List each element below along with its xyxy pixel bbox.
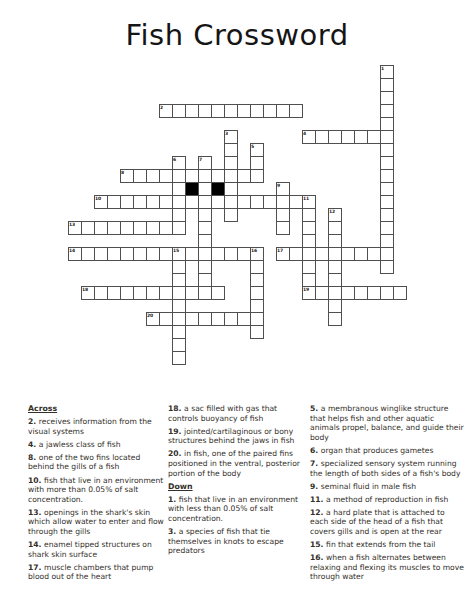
clue-label: 20.: [168, 449, 184, 458]
grid-cell[interactable]: [380, 208, 394, 222]
across-header: Across: [28, 404, 165, 414]
clue-15: 15. fin that extends from the tail: [310, 540, 465, 550]
grid-cell[interactable]: [237, 195, 251, 209]
clue-label: 13.: [28, 508, 44, 517]
grid-cell[interactable]: [250, 286, 264, 300]
clue-1: 1. fish that live in an environment with…: [168, 495, 306, 524]
grid-cell[interactable]: [133, 286, 147, 300]
grid-cell[interactable]: [380, 91, 394, 105]
clue-label: 16.: [310, 553, 326, 562]
clue-label: 8.: [28, 453, 39, 462]
clue-column-1: Across2. receives information from the v…: [28, 404, 165, 586]
grid-cell[interactable]: [198, 247, 212, 261]
grid-cell[interactable]: [211, 247, 225, 261]
clue-number-18: 18: [82, 287, 88, 292]
clue-8: 8. one of the two fins located behind th…: [28, 453, 165, 472]
grid-cell[interactable]: [328, 130, 342, 144]
grid-cell[interactable]: [250, 299, 264, 313]
grid-cell[interactable]: [159, 312, 173, 326]
clue-16: 16. when a fish alternates between relax…: [310, 553, 465, 582]
grid-cell[interactable]: [341, 247, 355, 261]
grid-cell[interactable]: [211, 286, 225, 300]
grid-cell[interactable]: [237, 247, 251, 261]
clue-number-10: 10: [95, 196, 101, 201]
page-title: Fish Crossword: [0, 18, 474, 52]
grid-cell[interactable]: [133, 169, 147, 183]
grid-cell[interactable]: [172, 169, 186, 183]
black-cell: [185, 182, 199, 196]
clue-label: 15.: [310, 540, 326, 549]
grid-cell[interactable]: [367, 247, 381, 261]
grid-cell[interactable]: [172, 182, 186, 196]
grid-cell[interactable]: [172, 338, 186, 352]
clue-2: 2. receives information from the visual …: [28, 417, 165, 436]
grid-cell[interactable]: [185, 195, 199, 209]
clue-label: 1.: [168, 495, 179, 504]
grid-cell[interactable]: [315, 247, 329, 261]
grid-cell[interactable]: [354, 247, 368, 261]
clue-17: 17. muscle chambers that pump blood out …: [28, 563, 165, 582]
grid-cell[interactable]: [224, 208, 238, 222]
clue-14: 14. enamel tipped structures on shark sk…: [28, 540, 165, 559]
clue-label: 2.: [28, 417, 39, 426]
clue-3: 3. a species of fish that tie themselves…: [168, 527, 306, 556]
clue-9: 9. seminal fluid in male fish: [310, 482, 465, 492]
grid-cell[interactable]: [198, 221, 212, 235]
clue-label: 11.: [310, 495, 326, 504]
grid-cell[interactable]: [289, 104, 303, 118]
grid-cell[interactable]: [172, 299, 186, 313]
clue-4: 4. a jawless class of fish: [28, 440, 165, 450]
grid-cell[interactable]: [341, 286, 355, 300]
grid-cell[interactable]: [380, 169, 394, 183]
down-header: Down: [168, 482, 306, 492]
clue-number-17: 17: [277, 248, 283, 253]
grid-cell[interactable]: [328, 234, 342, 248]
clue-11: 11. a method of reproduction in fish: [310, 495, 465, 505]
grid-cell[interactable]: [172, 273, 186, 287]
grid-cell[interactable]: [146, 286, 160, 300]
grid-cell[interactable]: [172, 351, 186, 365]
grid-cell[interactable]: [380, 234, 394, 248]
grid-cell[interactable]: [198, 286, 212, 300]
grid-cell[interactable]: [211, 312, 225, 326]
grid-cell[interactable]: [198, 234, 212, 248]
clue-label: 5.: [310, 404, 321, 413]
grid-cell[interactable]: [250, 104, 264, 118]
grid-cell[interactable]: [380, 143, 394, 157]
grid-cell[interactable]: [120, 247, 134, 261]
clue-number-19: 19: [303, 287, 309, 292]
grid-cell[interactable]: [172, 208, 186, 222]
grid-cell[interactable]: [198, 312, 212, 326]
grid-cell[interactable]: [380, 221, 394, 235]
grid-cell[interactable]: [159, 221, 173, 235]
grid-cell[interactable]: [159, 286, 173, 300]
grid-cell[interactable]: [81, 221, 95, 235]
grid-cell[interactable]: [380, 78, 394, 92]
grid-cell[interactable]: [120, 221, 134, 235]
grid-cell[interactable]: [198, 208, 212, 222]
grid-cell[interactable]: [224, 104, 238, 118]
clue-number-2: 2: [160, 105, 163, 110]
grid-cell[interactable]: [328, 286, 342, 300]
clue-label: 7.: [310, 459, 321, 468]
grid-cell[interactable]: [198, 169, 212, 183]
clue-number-13: 13: [69, 222, 75, 227]
grid-cell[interactable]: [185, 104, 199, 118]
grid-cell[interactable]: [237, 312, 251, 326]
grid-cell[interactable]: [224, 312, 238, 326]
clue-13: 13. openings in the shark's skin which a…: [28, 508, 165, 537]
grid-cell[interactable]: [276, 104, 290, 118]
grid-cell[interactable]: [380, 117, 394, 131]
grid-cell[interactable]: [276, 195, 290, 209]
grid-cell[interactable]: [237, 104, 251, 118]
grid-cell[interactable]: [250, 156, 264, 170]
grid-cell[interactable]: [133, 195, 147, 209]
grid-cell[interactable]: [380, 156, 394, 170]
grid-cell[interactable]: [107, 195, 121, 209]
grid-cell[interactable]: [289, 247, 303, 261]
grid-cell[interactable]: [380, 104, 394, 118]
clue-label: 19.: [168, 427, 184, 436]
clue-number-12: 12: [329, 209, 335, 214]
grid-cell[interactable]: [315, 130, 329, 144]
grid-cell[interactable]: [354, 130, 368, 144]
clue-label: 17.: [28, 563, 44, 572]
clue-number-7: 7: [199, 157, 202, 162]
grid-cell[interactable]: [367, 130, 381, 144]
grid-cell[interactable]: [211, 169, 225, 183]
grid-cell[interactable]: [237, 169, 251, 183]
grid-cell[interactable]: [328, 273, 342, 287]
grid-cell[interactable]: [250, 325, 264, 339]
clue-number-5: 5: [251, 144, 254, 149]
grid-cell[interactable]: [172, 286, 186, 300]
grid-cell[interactable]: [159, 169, 173, 183]
clue-number-3: 3: [225, 131, 228, 136]
grid-cell[interactable]: [302, 221, 316, 235]
grid-cell[interactable]: [172, 195, 186, 209]
clue-label: 3.: [168, 527, 179, 536]
grid-cell[interactable]: [250, 195, 264, 209]
clue-18: 18. a sac filled with gas that controls …: [168, 404, 306, 423]
grid-cell[interactable]: [172, 221, 186, 235]
grid-cell[interactable]: [172, 325, 186, 339]
grid-cell[interactable]: [250, 169, 264, 183]
grid-cell[interactable]: [328, 221, 342, 235]
grid-cell[interactable]: [302, 234, 316, 248]
crossword-grid: 1234567891011121314151617181920: [68, 65, 408, 366]
clue-column-2: 18. a sac filled with gas that controls …: [168, 404, 306, 559]
grid-cell[interactable]: [146, 221, 160, 235]
grid-cell[interactable]: [263, 195, 277, 209]
clue-label: 6.: [310, 446, 321, 455]
grid-cell[interactable]: [328, 299, 342, 313]
grid-cell[interactable]: [146, 195, 160, 209]
clue-label: 9.: [310, 482, 321, 491]
grid-cell[interactable]: [276, 221, 290, 235]
grid-cell[interactable]: [380, 247, 394, 261]
grid-cell[interactable]: [198, 195, 212, 209]
grid-cell[interactable]: [94, 221, 108, 235]
grid-cell[interactable]: [159, 247, 173, 261]
grid-cell[interactable]: [302, 247, 316, 261]
grid-cell[interactable]: [328, 312, 342, 326]
grid-cell[interactable]: [393, 286, 407, 300]
clue-label: 12.: [310, 508, 326, 517]
grid-cell[interactable]: [250, 260, 264, 274]
grid-cell[interactable]: [185, 312, 199, 326]
grid-cell[interactable]: [172, 312, 186, 326]
clue-number-15: 15: [173, 248, 179, 253]
grid-cell[interactable]: [120, 195, 134, 209]
grid-cell[interactable]: [250, 273, 264, 287]
clue-20: 20. in fish, one of the paired fins posi…: [168, 449, 306, 478]
clue-number-9: 9: [277, 183, 280, 188]
clue-number-20: 20: [147, 313, 153, 318]
grid-cell[interactable]: [380, 286, 394, 300]
grid-cell[interactable]: [81, 247, 95, 261]
grid-cell[interactable]: [107, 247, 121, 261]
grid-cell[interactable]: [250, 312, 264, 326]
grid-cell[interactable]: [302, 208, 316, 222]
grid-cell[interactable]: [328, 247, 342, 261]
grid-cell[interactable]: [185, 169, 199, 183]
grid-cell[interactable]: [315, 286, 329, 300]
grid-cell[interactable]: [107, 221, 121, 235]
grid-cell[interactable]: [94, 247, 108, 261]
grid-cell[interactable]: [380, 195, 394, 209]
clue-number-1: 1: [381, 66, 384, 71]
clue-number-16: 16: [251, 248, 257, 253]
grid-cell[interactable]: [380, 130, 394, 144]
grid-cell[interactable]: [185, 286, 199, 300]
clue-number-14: 14: [69, 248, 75, 253]
clue-6: 6. organ that produces gametes: [310, 446, 465, 456]
grid-cell[interactable]: [159, 195, 173, 209]
grid-cell[interactable]: [94, 286, 108, 300]
clue-7: 7. specialized sensory system running th…: [310, 459, 465, 478]
grid-cell[interactable]: [367, 286, 381, 300]
grid-cell[interactable]: [289, 195, 303, 209]
clue-12: 12. a hard plate that is attached to eac…: [310, 508, 465, 537]
grid-cell[interactable]: [107, 286, 121, 300]
clue-number-8: 8: [121, 170, 124, 175]
clue-label: 4.: [28, 440, 39, 449]
clue-number-11: 11: [303, 196, 309, 201]
grid-cell[interactable]: [354, 286, 368, 300]
grid-cell[interactable]: [198, 260, 212, 274]
grid-cell[interactable]: [120, 286, 134, 300]
clue-19: 19. jointed/cartilaginous or bony struct…: [168, 427, 306, 446]
grid-cell[interactable]: [380, 260, 394, 274]
clue-column-3: 5. a membranous winglike structure that …: [310, 404, 465, 586]
grid-cell[interactable]: [224, 169, 238, 183]
grid-cell[interactable]: [263, 104, 277, 118]
grid-cell[interactable]: [224, 143, 238, 157]
grid-cell[interactable]: [380, 182, 394, 196]
grid-cell[interactable]: [133, 221, 147, 235]
clue-label: 14.: [28, 540, 44, 549]
grid-cell[interactable]: [198, 182, 212, 196]
clue-number-6: 6: [173, 157, 176, 162]
clue-number-4: 4: [303, 131, 306, 136]
grid-cell[interactable]: [224, 247, 238, 261]
grid-cell[interactable]: [172, 104, 186, 118]
grid-cell[interactable]: [224, 156, 238, 170]
clue-label: 18.: [168, 404, 184, 413]
grid-cell[interactable]: [276, 208, 290, 222]
grid-cell[interactable]: [185, 247, 199, 261]
grid-cell[interactable]: [146, 247, 160, 261]
grid-cell[interactable]: [211, 104, 225, 118]
grid-cell[interactable]: [224, 195, 238, 209]
grid-cell[interactable]: [172, 260, 186, 274]
grid-cell[interactable]: [302, 260, 316, 274]
grid-cell[interactable]: [146, 169, 160, 183]
clue-label: 10.: [28, 476, 44, 485]
grid-cell[interactable]: [133, 247, 147, 261]
grid-cell[interactable]: [302, 273, 316, 287]
grid-cell[interactable]: [211, 195, 225, 209]
black-cell: [211, 182, 225, 196]
grid-cell[interactable]: [198, 273, 212, 287]
grid-cell[interactable]: [341, 130, 355, 144]
clue-5: 5. a membranous winglike structure that …: [310, 404, 465, 442]
grid-cell[interactable]: [224, 182, 238, 196]
grid-cell[interactable]: [198, 104, 212, 118]
clue-10: 10. fish that live in an environment wit…: [28, 476, 165, 505]
grid-cell[interactable]: [328, 260, 342, 274]
